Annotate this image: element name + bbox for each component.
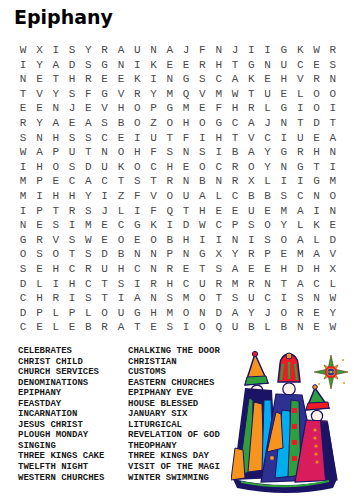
grid-cell: O <box>48 160 64 175</box>
grid-cell: G <box>211 116 227 131</box>
grid-cell: M <box>276 204 292 219</box>
grid-cell: H <box>276 262 292 277</box>
grid-cell: S <box>276 189 292 204</box>
grid-cell: K <box>113 160 129 175</box>
grid-cell: C <box>145 160 161 175</box>
grid-cell: S <box>162 320 178 335</box>
word-list-item: THEOPHANY <box>128 441 246 452</box>
grid-cell: M <box>325 174 341 189</box>
grid-cell: I <box>178 320 194 335</box>
grid-cell: A <box>227 262 243 277</box>
grid-cell: U <box>96 160 112 175</box>
grid-cell: A <box>292 204 308 219</box>
grid-cell: I <box>64 291 80 306</box>
grid-cell: T <box>48 72 64 87</box>
grid-cell: I <box>276 131 292 146</box>
grid-cell: Y <box>227 247 243 262</box>
grid-cell: E <box>178 160 194 175</box>
grid-cell: Q <box>162 204 178 219</box>
grid-cell: D <box>211 306 227 321</box>
word-list-item: FEASTDAY <box>18 399 128 410</box>
grid-cell: Y <box>31 58 47 73</box>
grid-cell: A <box>292 233 308 248</box>
grid-cell: Y <box>80 43 96 58</box>
grid-cell: N <box>227 233 243 248</box>
grid-cell: M <box>162 87 178 102</box>
grid-cell: K <box>129 72 145 87</box>
grid-cell: I <box>96 189 112 204</box>
grid-cell: F <box>80 87 96 102</box>
grid-cell: E <box>64 320 80 335</box>
grid-cell: M <box>211 87 227 102</box>
grid-cell: I <box>276 174 292 189</box>
grid-cell: E <box>31 218 47 233</box>
grid-cell: T <box>96 291 112 306</box>
grid-cell: C <box>292 189 308 204</box>
grid-cell: X <box>211 247 227 262</box>
grid-cell: L <box>259 174 275 189</box>
grid-cell: C <box>64 174 80 189</box>
grid-cell: J <box>64 101 80 116</box>
grid-cell: S <box>113 277 129 292</box>
grid-cell: Z <box>145 116 161 131</box>
grid-cell: T <box>145 174 161 189</box>
grid-cell: H <box>162 277 178 292</box>
grid-cell: I <box>259 43 275 58</box>
grid-cell: R <box>227 174 243 189</box>
grid-cell: I <box>194 131 210 146</box>
grid-cell: D <box>80 160 96 175</box>
grid-cell: N <box>31 131 47 146</box>
grid-cell: M <box>292 247 308 262</box>
grid-cell: L <box>308 233 324 248</box>
grid-cell: N <box>113 58 129 73</box>
grid-cell: O <box>308 87 324 102</box>
grid-cell: W <box>15 43 31 58</box>
grid-cell: N <box>15 72 31 87</box>
grid-cell: O <box>194 116 210 131</box>
grid-cell: I <box>31 189 47 204</box>
grid-cell: S <box>162 145 178 160</box>
grid-cell: E <box>325 218 341 233</box>
grid-cell: Y <box>48 87 64 102</box>
grid-cell: N <box>145 247 161 262</box>
grid-cell: F <box>145 204 161 219</box>
word-list-item: JESUS CHRIST <box>18 420 128 431</box>
grid-cell: S <box>292 291 308 306</box>
grid-cell: E <box>96 72 112 87</box>
grid-cell: V <box>48 233 64 248</box>
grid-cell: E <box>113 72 129 87</box>
grid-cell: G <box>194 247 210 262</box>
grid-cell: X <box>325 262 341 277</box>
grid-cell: O <box>162 189 178 204</box>
grid-cell: N <box>308 291 324 306</box>
grid-cell: M <box>80 218 96 233</box>
grid-cell: A <box>292 277 308 292</box>
grid-cell: F <box>178 131 194 146</box>
grid-cell: I <box>129 131 145 146</box>
three-magi-svg <box>231 350 351 497</box>
grid-cell: V <box>194 87 210 102</box>
grid-cell: H <box>64 72 80 87</box>
grid-cell: S <box>80 131 96 146</box>
grid-cell: A <box>48 58 64 73</box>
grid-cell: E <box>31 72 47 87</box>
word-list-item: TWELFTH NIGHT <box>18 462 128 473</box>
grid-cell: P <box>31 174 47 189</box>
grid-cell: I <box>48 277 64 292</box>
grid-cell: B <box>227 145 243 160</box>
grid-cell: O <box>162 116 178 131</box>
grid-cell: I <box>211 233 227 248</box>
grid-cell: T <box>276 277 292 292</box>
grid-cell: H <box>194 204 210 219</box>
grid-cell: H <box>31 160 47 175</box>
grid-cell: O <box>276 306 292 321</box>
grid-cell: Q <box>178 87 194 102</box>
grid-cell: P <box>31 204 47 219</box>
grid-cell: M <box>15 174 31 189</box>
grid-cell: G <box>129 306 145 321</box>
page-title: Epiphany <box>14 6 113 28</box>
grid-cell: C <box>211 160 227 175</box>
grid-cell: L <box>31 277 47 292</box>
grid-cell: C <box>178 277 194 292</box>
grid-cell: E <box>64 116 80 131</box>
grid-cell: N <box>211 43 227 58</box>
grid-cell: I <box>276 291 292 306</box>
grid-cell: X <box>243 174 259 189</box>
grid-cell: A <box>80 116 96 131</box>
grid-cell: D <box>15 306 31 321</box>
grid-cell: P <box>259 247 275 262</box>
word-list-column1: CELEBRATESCHRIST CHILDCHURCH SERVICESDEN… <box>18 346 128 483</box>
word-list-column2: CHALKING THE DOORCHRISTIANCUSTOMSEASTERN… <box>128 346 246 483</box>
grid-cell: C <box>96 131 112 146</box>
grid-cell: P <box>31 306 47 321</box>
grid-cell: G <box>96 87 112 102</box>
grid-cell: A <box>194 189 210 204</box>
grid-cell: N <box>292 320 308 335</box>
grid-cell: S <box>211 262 227 277</box>
word-list-item: EPIPHANY <box>18 388 128 399</box>
grid-cell: E <box>194 101 210 116</box>
grid-cell: G <box>96 58 112 73</box>
grid-cell: J <box>259 116 275 131</box>
grid-cell: E <box>145 320 161 335</box>
grid-cell: G <box>292 160 308 175</box>
grid-cell: R <box>64 204 80 219</box>
grid-cell: N <box>178 174 194 189</box>
grid-cell: I <box>15 160 31 175</box>
grid-cell: E <box>308 306 324 321</box>
word-list-item: EASTERN CHURCHES <box>128 378 246 389</box>
grid-cell: N <box>145 43 161 58</box>
grid-cell: U <box>227 320 243 335</box>
grid-cell: S <box>194 145 210 160</box>
grid-cell: C <box>211 72 227 87</box>
grid-cell: S <box>80 291 96 306</box>
grid-cell: M <box>15 189 31 204</box>
grid-cell: R <box>292 306 308 321</box>
grid-cell: E <box>80 101 96 116</box>
grid-cell: S <box>259 233 275 248</box>
grid-cell: P <box>64 306 80 321</box>
grid-cell: E <box>178 58 194 73</box>
grid-cell: H <box>113 262 129 277</box>
grid-cell: E <box>31 320 47 335</box>
grid-cell: H <box>308 262 324 277</box>
grid-cell: N <box>276 160 292 175</box>
grid-cell: E <box>227 204 243 219</box>
grid-cell: K <box>145 58 161 73</box>
grid-cell: H <box>308 145 324 160</box>
grid-cell: H <box>48 262 64 277</box>
grid-cell: G <box>162 101 178 116</box>
grid-cell: A <box>308 247 324 262</box>
grid-cell: H <box>64 277 80 292</box>
grid-cell: P <box>48 145 64 160</box>
grid-cell: I <box>129 58 145 73</box>
grid-cell: E <box>211 204 227 219</box>
grid-cell: H <box>227 101 243 116</box>
grid-cell: R <box>48 291 64 306</box>
grid-cell: A <box>113 320 129 335</box>
grid-cell: V <box>292 72 308 87</box>
grid-cell: H <box>113 101 129 116</box>
grid-cell: N <box>15 218 31 233</box>
grid-cell: R <box>80 72 96 87</box>
grid-cell: I <box>15 58 31 73</box>
grid-cell: U <box>243 291 259 306</box>
grid-cell: F <box>194 43 210 58</box>
grid-cell: T <box>227 131 243 146</box>
grid-cell: R <box>243 247 259 262</box>
grid-cell: S <box>80 204 96 219</box>
grid-cell: R <box>31 233 47 248</box>
grid-cell: I <box>129 277 145 292</box>
grid-cell: A <box>243 145 259 160</box>
grid-cell: I <box>325 160 341 175</box>
grid-cell: L <box>113 204 129 219</box>
grid-cell: S <box>64 43 80 58</box>
grid-cell: Y <box>145 87 161 102</box>
grid-cell: T <box>325 116 341 131</box>
grid-cell: G <box>178 72 194 87</box>
grid-cell: D <box>15 277 31 292</box>
grid-cell: L <box>211 189 227 204</box>
grid-cell: N <box>194 306 210 321</box>
grid-cell: E <box>308 320 324 335</box>
grid-cell: J <box>259 306 275 321</box>
grid-cell: N <box>325 204 341 219</box>
grid-cell: U <box>145 131 161 146</box>
grid-cell: L <box>259 101 275 116</box>
grid-cell: G <box>308 174 324 189</box>
grid-cell: N <box>308 189 324 204</box>
grid-cell: H <box>162 160 178 175</box>
grid-cell: B <box>194 174 210 189</box>
grid-cell: M <box>162 306 178 321</box>
grid-cell: N <box>96 145 112 160</box>
grid-cell: H <box>178 116 194 131</box>
grid-cell: I <box>243 233 259 248</box>
grid-cell: R <box>243 101 259 116</box>
grid-cell: T <box>178 204 194 219</box>
grid-cell: A <box>129 291 145 306</box>
grid-cell: T <box>15 87 31 102</box>
grid-cell: N <box>178 145 194 160</box>
grid-cell: S <box>64 160 80 175</box>
grid-cell: O <box>325 87 341 102</box>
word-list-item: CHURCH SERVICES <box>18 367 128 378</box>
grid-cell: W <box>194 218 210 233</box>
grid-cell: E <box>276 87 292 102</box>
grid-cell: F <box>145 145 161 160</box>
grid-cell: O <box>259 218 275 233</box>
grid-cell: E <box>276 247 292 262</box>
grid-cell: I <box>325 101 341 116</box>
grid-cell: R <box>194 58 210 73</box>
grid-cell: U <box>129 43 145 58</box>
grid-cell: E <box>31 101 47 116</box>
grid-cell: C <box>113 218 129 233</box>
grid-cell: I <box>292 174 308 189</box>
grid-cell: S <box>227 291 243 306</box>
grid-cell: C <box>64 262 80 277</box>
grid-cell: U <box>96 262 112 277</box>
grid-cell: K <box>243 72 259 87</box>
grid-cell: B <box>243 189 259 204</box>
grid-cell: E <box>259 262 275 277</box>
grid-cell: C <box>308 277 324 292</box>
grid-cell: Y <box>259 145 275 160</box>
grid-cell: I <box>194 233 210 248</box>
grid-cell: W <box>80 233 96 248</box>
grid-cell: Y <box>259 160 275 175</box>
grid-cell: V <box>96 101 112 116</box>
grid-cell: U <box>194 277 210 292</box>
word-list-item: EPIPHANY EVE <box>128 388 246 399</box>
grid-cell: S <box>31 247 47 262</box>
word-list-item: THREE KINGS DAY <box>128 451 246 462</box>
grid-cell: N <box>211 174 227 189</box>
grid-cell: A <box>48 116 64 131</box>
grid-cell: C <box>259 291 275 306</box>
grid-cell: D <box>308 116 324 131</box>
grid-cell: S <box>194 72 210 87</box>
grid-cell: O <box>129 101 145 116</box>
grid-cell: O <box>145 233 161 248</box>
grid-cell: O <box>194 160 210 175</box>
grid-cell: X <box>31 43 47 58</box>
grid-cell: G <box>276 43 292 58</box>
grid-cell: H <box>276 72 292 87</box>
grid-cell: T <box>96 277 112 292</box>
grid-cell: E <box>15 101 31 116</box>
grid-cell: C <box>292 58 308 73</box>
word-search-grid: WXISYRAUNAJFNJIIGKWRIYADSGNIKEERHTGNUCES… <box>15 43 341 335</box>
grid-cell: C <box>211 218 227 233</box>
grid-cell: E <box>178 262 194 277</box>
grid-cell: I <box>308 204 324 219</box>
grid-cell: E <box>113 131 129 146</box>
grid-cell: S <box>64 87 80 102</box>
grid-cell: N <box>162 72 178 87</box>
grid-cell: O <box>194 320 210 335</box>
grid-cell: V <box>113 87 129 102</box>
grid-cell: G <box>276 145 292 160</box>
grid-cell: H <box>129 145 145 160</box>
grid-cell: U <box>64 145 80 160</box>
grid-cell: O <box>113 233 129 248</box>
grid-cell: N <box>129 247 145 262</box>
grid-cell: L <box>48 306 64 321</box>
grid-cell: K <box>145 218 161 233</box>
word-list-item: DENOMINATIONS <box>18 378 128 389</box>
grid-cell: P <box>162 247 178 262</box>
grid-cell: A <box>243 116 259 131</box>
grid-cell: L <box>259 320 275 335</box>
grid-cell: G <box>276 101 292 116</box>
grid-cell: L <box>292 87 308 102</box>
grid-cell: R <box>227 160 243 175</box>
grid-cell: H <box>211 131 227 146</box>
grid-cell: R <box>96 43 112 58</box>
word-list-item: THREE KINGS CAKE <box>18 451 128 462</box>
grid-cell: U <box>276 58 292 73</box>
grid-cell: W <box>308 43 324 58</box>
grid-cell: O <box>113 145 129 160</box>
grid-cell: S <box>80 58 96 73</box>
grid-cell: I <box>64 218 80 233</box>
grid-cell: N <box>259 58 275 73</box>
grid-cell: W <box>325 320 341 335</box>
grid-cell: L <box>292 218 308 233</box>
grid-cell: N <box>178 247 194 262</box>
grid-cell: H <box>48 131 64 146</box>
grid-cell: A <box>227 72 243 87</box>
grid-cell: H <box>145 306 161 321</box>
grid-cell: S <box>162 291 178 306</box>
grid-cell: C <box>15 320 31 335</box>
word-list-item: CUSTOMS <box>128 367 246 378</box>
grid-cell: B <box>162 233 178 248</box>
grid-cell: F <box>211 101 227 116</box>
grid-cell: O <box>129 116 145 131</box>
grid-cell: P <box>227 218 243 233</box>
grid-cell: M <box>178 101 194 116</box>
grid-cell: L <box>325 277 341 292</box>
grid-cell: O <box>325 189 341 204</box>
grid-cell: E <box>96 218 112 233</box>
grid-cell: S <box>48 218 64 233</box>
grid-cell: L <box>48 320 64 335</box>
grid-cell: U <box>113 306 129 321</box>
grid-cell: E <box>129 233 145 248</box>
grid-cell: B <box>113 247 129 262</box>
grid-cell: S <box>80 247 96 262</box>
grid-cell: P <box>145 101 161 116</box>
three-magi-illustration <box>231 350 351 497</box>
grid-cell: T <box>64 247 80 262</box>
grid-cell: G <box>15 233 31 248</box>
grid-cell: H <box>31 291 47 306</box>
grid-cell: O <box>129 160 145 175</box>
grid-cell: W <box>15 145 31 160</box>
grid-cell: T <box>129 320 145 335</box>
